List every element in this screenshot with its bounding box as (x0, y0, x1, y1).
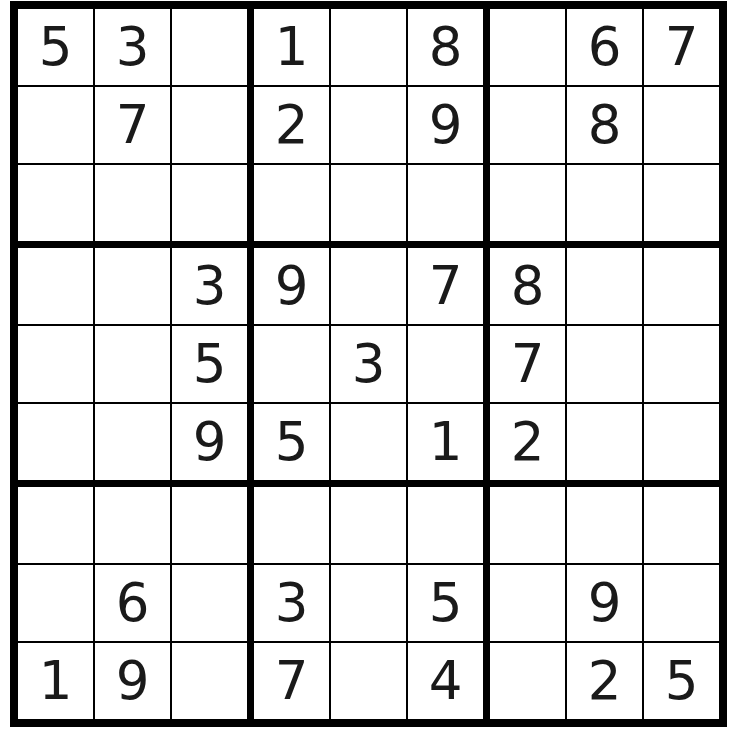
cell-digit: 3 (116, 20, 150, 73)
cell-r4c4[interactable]: 9 (254, 248, 329, 324)
cell-r6c7[interactable]: 2 (490, 404, 565, 480)
cell-r1c9[interactable]: 7 (644, 9, 719, 85)
cell-r8c4[interactable]: 3 (254, 565, 329, 641)
cell-r4c5[interactable] (331, 248, 406, 324)
cell-r8c7[interactable] (490, 565, 565, 641)
cell-r8c6[interactable]: 5 (408, 565, 483, 641)
cell-digit: 9 (429, 98, 463, 151)
cell-r5c2[interactable] (95, 326, 170, 402)
cell-digit: 3 (275, 576, 309, 629)
cell-digit: 5 (665, 654, 699, 707)
cell-r4c2[interactable] (95, 248, 170, 324)
cell-r6c6[interactable]: 1 (408, 404, 483, 480)
cell-r1c1[interactable]: 5 (18, 9, 93, 85)
cell-digit: 8 (511, 259, 545, 312)
cell-digit: 8 (588, 98, 622, 151)
cell-digit: 1 (39, 654, 73, 707)
cell-r6c5[interactable] (331, 404, 406, 480)
cell-r9c6[interactable]: 4 (408, 643, 483, 719)
cell-r9c9[interactable]: 5 (644, 643, 719, 719)
cell-r2c7[interactable] (490, 87, 565, 163)
cell-r8c3[interactable] (172, 565, 247, 641)
cell-r2c6[interactable]: 9 (408, 87, 483, 163)
cell-r2c1[interactable] (18, 87, 93, 163)
cell-r8c5[interactable] (331, 565, 406, 641)
sudoku-board: 5318677298397853795126359197425 (10, 1, 727, 727)
cell-r9c4[interactable]: 7 (254, 643, 329, 719)
cell-r1c3[interactable] (172, 9, 247, 85)
cell-r3c9[interactable] (644, 165, 719, 241)
cell-r5c3[interactable]: 5 (172, 326, 247, 402)
cell-digit: 7 (665, 20, 699, 73)
cell-r6c9[interactable] (644, 404, 719, 480)
cell-r2c4[interactable]: 2 (254, 87, 329, 163)
cell-r4c9[interactable] (644, 248, 719, 324)
cell-r3c2[interactable] (95, 165, 170, 241)
cell-r5c8[interactable] (567, 326, 642, 402)
cell-r9c2[interactable]: 9 (95, 643, 170, 719)
cell-digit: 3 (193, 259, 227, 312)
cell-r8c2[interactable]: 6 (95, 565, 170, 641)
cell-r4c7[interactable]: 8 (490, 248, 565, 324)
cell-r6c3[interactable]: 9 (172, 404, 247, 480)
cell-r7c9[interactable] (644, 487, 719, 563)
cell-r5c1[interactable] (18, 326, 93, 402)
cell-r3c5[interactable] (331, 165, 406, 241)
cell-r7c7[interactable] (490, 487, 565, 563)
cell-r4c6[interactable]: 7 (408, 248, 483, 324)
cell-r5c6[interactable] (408, 326, 483, 402)
cell-digit: 1 (275, 20, 309, 73)
cell-digit: 2 (511, 415, 545, 468)
cell-digit: 9 (193, 415, 227, 468)
cell-digit: 9 (275, 259, 309, 312)
cell-r1c7[interactable] (490, 9, 565, 85)
cell-r7c1[interactable] (18, 487, 93, 563)
cell-r3c3[interactable] (172, 165, 247, 241)
cell-r1c6[interactable]: 8 (408, 9, 483, 85)
cell-r8c1[interactable] (18, 565, 93, 641)
cell-digit: 8 (429, 20, 463, 73)
cell-digit: 5 (429, 576, 463, 629)
cell-digit: 4 (429, 654, 463, 707)
cell-r7c5[interactable] (331, 487, 406, 563)
cell-digit: 2 (275, 98, 309, 151)
cell-r3c1[interactable] (18, 165, 93, 241)
cell-r6c8[interactable] (567, 404, 642, 480)
cell-r5c7[interactable]: 7 (490, 326, 565, 402)
cell-digit: 9 (116, 654, 150, 707)
cell-r5c5[interactable]: 3 (331, 326, 406, 402)
cell-r2c9[interactable] (644, 87, 719, 163)
cell-r1c8[interactable]: 6 (567, 9, 642, 85)
cell-r6c2[interactable] (95, 404, 170, 480)
cell-r1c5[interactable] (331, 9, 406, 85)
cell-digit: 6 (588, 20, 622, 73)
cell-r6c1[interactable] (18, 404, 93, 480)
cell-digit: 5 (39, 20, 73, 73)
cell-r7c4[interactable] (254, 487, 329, 563)
cell-r4c1[interactable] (18, 248, 93, 324)
cell-r3c8[interactable] (567, 165, 642, 241)
cell-r9c3[interactable] (172, 643, 247, 719)
cell-digit: 7 (511, 337, 545, 390)
cell-r5c4[interactable] (254, 326, 329, 402)
cell-r9c7[interactable] (490, 643, 565, 719)
cell-digit: 7 (275, 654, 309, 707)
cell-r9c5[interactable] (331, 643, 406, 719)
cell-r8c8[interactable]: 9 (567, 565, 642, 641)
cell-r4c8[interactable] (567, 248, 642, 324)
cell-r7c8[interactable] (567, 487, 642, 563)
cell-r3c4[interactable] (254, 165, 329, 241)
cell-r2c5[interactable] (331, 87, 406, 163)
cell-digit: 7 (429, 259, 463, 312)
sudoku-page: 5318677298397853795126359197425 (0, 0, 745, 746)
cell-digit: 1 (429, 415, 463, 468)
cell-digit: 2 (588, 654, 622, 707)
cell-digit: 5 (193, 337, 227, 390)
cell-digit: 9 (588, 576, 622, 629)
cell-r7c2[interactable] (95, 487, 170, 563)
cell-r3c6[interactable] (408, 165, 483, 241)
cell-r7c6[interactable] (408, 487, 483, 563)
cell-digit: 3 (352, 337, 386, 390)
cell-r6c4[interactable]: 5 (254, 404, 329, 480)
cell-r2c8[interactable]: 8 (567, 87, 642, 163)
cell-r1c4[interactable]: 1 (254, 9, 329, 85)
cell-r3c7[interactable] (490, 165, 565, 241)
cell-r2c3[interactable] (172, 87, 247, 163)
cell-r4c3[interactable]: 3 (172, 248, 247, 324)
cell-r9c1[interactable]: 1 (18, 643, 93, 719)
cell-r7c3[interactable] (172, 487, 247, 563)
cell-r5c9[interactable] (644, 326, 719, 402)
cell-r1c2[interactable]: 3 (95, 9, 170, 85)
cell-digit: 7 (116, 98, 150, 151)
cell-r8c9[interactable] (644, 565, 719, 641)
cell-r9c8[interactable]: 2 (567, 643, 642, 719)
cell-r2c2[interactable]: 7 (95, 87, 170, 163)
cell-digit: 6 (116, 576, 150, 629)
cell-digit: 5 (275, 415, 309, 468)
